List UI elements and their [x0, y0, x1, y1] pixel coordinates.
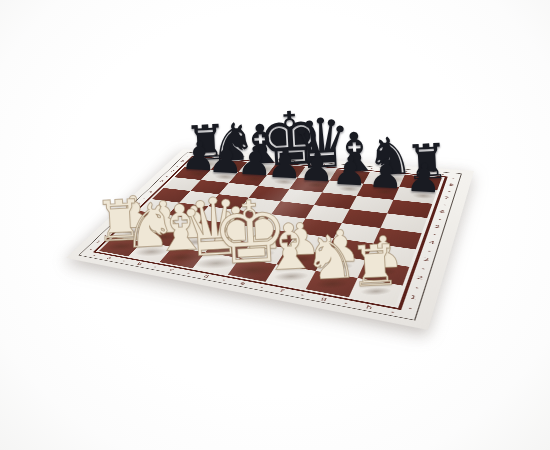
rank-label-right-1: 1 — [410, 296, 417, 301]
chess-photo-stage: aa88bb77cc66dd55ee44ff33gg22hh11 ♜♞♝♚♛♝♞… — [0, 0, 550, 450]
rank-label-right-8: 8 — [448, 184, 454, 187]
mat-shadow-wrap: aa88bb77cc66dd55ee44ff33gg22hh11 — [0, 0, 550, 450]
rank-label-right-7: 7 — [444, 197, 450, 200]
rank-label-right-5: 5 — [434, 225, 440, 229]
rank-label-right-4: 4 — [428, 241, 434, 245]
vinyl-chess-mat: aa88bb77cc66dd55ee44ff33gg22hh11 — [66, 149, 474, 330]
file-label-top-h: h — [422, 172, 427, 175]
rank-label-right-3: 3 — [423, 258, 430, 262]
rank-label-right-2: 2 — [416, 276, 423, 281]
rank-label-right-6: 6 — [439, 210, 445, 213]
